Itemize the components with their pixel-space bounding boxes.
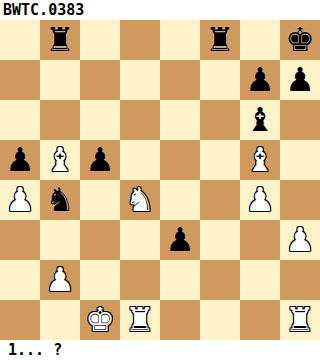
status-bar: 1... ? xyxy=(0,340,320,360)
square-f6[interactable] xyxy=(200,100,240,140)
square-c3[interactable] xyxy=(80,220,120,260)
white-rook-d1[interactable]: ♜ xyxy=(125,300,155,340)
square-e5[interactable] xyxy=(160,140,200,180)
square-h3[interactable]: ♟ xyxy=(280,220,320,260)
black-pawn-e3[interactable]: ♟ xyxy=(165,220,195,260)
white-pawn-a4[interactable]: ♟ xyxy=(5,180,35,220)
square-d8[interactable] xyxy=(120,20,160,60)
move-prompt: 1... ? xyxy=(8,340,62,360)
square-h7[interactable]: ♟ xyxy=(280,60,320,100)
square-c7[interactable] xyxy=(80,60,120,100)
square-b8[interactable]: ♜ xyxy=(40,20,80,60)
square-d5[interactable] xyxy=(120,140,160,180)
square-g5[interactable]: ♝ xyxy=(240,140,280,180)
square-f3[interactable] xyxy=(200,220,240,260)
white-pawn-b2[interactable]: ♟ xyxy=(45,260,75,300)
square-f7[interactable] xyxy=(200,60,240,100)
square-d3[interactable] xyxy=(120,220,160,260)
square-g6[interactable]: ♝ xyxy=(240,100,280,140)
square-c1[interactable]: ♚ xyxy=(80,300,120,340)
square-b1[interactable] xyxy=(40,300,80,340)
chess-app-window: BWTC.0383 ♜♜♚♟♟♝♟♝♟♝♟♞♞♟♟♟♟♚♜♜ 1... ? xyxy=(0,0,320,360)
square-a7[interactable] xyxy=(0,60,40,100)
square-b6[interactable] xyxy=(40,100,80,140)
square-h8[interactable]: ♚ xyxy=(280,20,320,60)
square-e2[interactable] xyxy=(160,260,200,300)
square-b4[interactable]: ♞ xyxy=(40,180,80,220)
chess-board: ♜♜♚♟♟♝♟♝♟♝♟♞♞♟♟♟♟♚♜♜ xyxy=(0,20,320,340)
square-c6[interactable] xyxy=(80,100,120,140)
square-h1[interactable]: ♜ xyxy=(280,300,320,340)
square-g1[interactable] xyxy=(240,300,280,340)
square-g7[interactable]: ♟ xyxy=(240,60,280,100)
square-e4[interactable] xyxy=(160,180,200,220)
black-king-h8[interactable]: ♚ xyxy=(285,20,315,60)
square-d7[interactable] xyxy=(120,60,160,100)
white-knight-d4[interactable]: ♞ xyxy=(125,180,155,220)
square-h4[interactable] xyxy=(280,180,320,220)
square-f8[interactable]: ♜ xyxy=(200,20,240,60)
square-d1[interactable]: ♜ xyxy=(120,300,160,340)
square-b5[interactable]: ♝ xyxy=(40,140,80,180)
white-king-c1[interactable]: ♚ xyxy=(85,300,115,340)
square-f5[interactable] xyxy=(200,140,240,180)
white-bishop-g5[interactable]: ♝ xyxy=(245,140,275,180)
square-c2[interactable] xyxy=(80,260,120,300)
square-e1[interactable] xyxy=(160,300,200,340)
white-bishop-b5[interactable]: ♝ xyxy=(45,140,75,180)
black-pawn-a5[interactable]: ♟ xyxy=(5,140,35,180)
square-e3[interactable]: ♟ xyxy=(160,220,200,260)
square-a3[interactable] xyxy=(0,220,40,260)
square-b3[interactable] xyxy=(40,220,80,260)
square-c4[interactable] xyxy=(80,180,120,220)
black-rook-b8[interactable]: ♜ xyxy=(45,20,75,60)
square-b2[interactable]: ♟ xyxy=(40,260,80,300)
square-a5[interactable]: ♟ xyxy=(0,140,40,180)
square-c5[interactable]: ♟ xyxy=(80,140,120,180)
square-f2[interactable] xyxy=(200,260,240,300)
square-f4[interactable] xyxy=(200,180,240,220)
square-a4[interactable]: ♟ xyxy=(0,180,40,220)
square-e7[interactable] xyxy=(160,60,200,100)
square-h2[interactable] xyxy=(280,260,320,300)
black-bishop-g6[interactable]: ♝ xyxy=(245,100,275,140)
white-rook-h1[interactable]: ♜ xyxy=(285,300,315,340)
black-pawn-g7[interactable]: ♟ xyxy=(245,60,275,100)
puzzle-title: BWTC.0383 xyxy=(3,0,84,20)
title-bar: BWTC.0383 xyxy=(0,0,320,20)
black-rook-f8[interactable]: ♜ xyxy=(205,20,235,60)
black-pawn-c5[interactable]: ♟ xyxy=(85,140,115,180)
square-d6[interactable] xyxy=(120,100,160,140)
square-g2[interactable] xyxy=(240,260,280,300)
square-a8[interactable] xyxy=(0,20,40,60)
square-a1[interactable] xyxy=(0,300,40,340)
black-pawn-h7[interactable]: ♟ xyxy=(285,60,315,100)
square-d2[interactable] xyxy=(120,260,160,300)
square-h5[interactable] xyxy=(280,140,320,180)
white-pawn-h3[interactable]: ♟ xyxy=(285,220,315,260)
square-e6[interactable] xyxy=(160,100,200,140)
square-a2[interactable] xyxy=(0,260,40,300)
square-a6[interactable] xyxy=(0,100,40,140)
square-d4[interactable]: ♞ xyxy=(120,180,160,220)
square-g4[interactable]: ♟ xyxy=(240,180,280,220)
square-c8[interactable] xyxy=(80,20,120,60)
square-g3[interactable] xyxy=(240,220,280,260)
square-h6[interactable] xyxy=(280,100,320,140)
square-f1[interactable] xyxy=(200,300,240,340)
black-knight-b4[interactable]: ♞ xyxy=(45,180,75,220)
square-b7[interactable] xyxy=(40,60,80,100)
white-pawn-g4[interactable]: ♟ xyxy=(245,180,275,220)
square-e8[interactable] xyxy=(160,20,200,60)
square-g8[interactable] xyxy=(240,20,280,60)
